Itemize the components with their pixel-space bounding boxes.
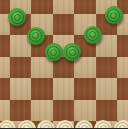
piece-groove-inner bbox=[110, 12, 117, 19]
piece-groove-inner bbox=[69, 49, 76, 56]
pieces-layer bbox=[0, 0, 128, 128]
checker-cream[interactable] bbox=[75, 120, 93, 129]
checker-cream[interactable] bbox=[94, 120, 112, 129]
checker-cream[interactable] bbox=[0, 120, 16, 129]
checker-cream[interactable] bbox=[37, 120, 55, 129]
piece-groove-inner bbox=[62, 125, 69, 128]
piece-groove-inner bbox=[32, 32, 39, 39]
checker-green[interactable] bbox=[84, 26, 102, 44]
checker-cream[interactable] bbox=[56, 120, 74, 129]
checker-green[interactable] bbox=[8, 8, 26, 26]
checker-green[interactable] bbox=[27, 27, 45, 45]
piece-groove-inner bbox=[81, 125, 88, 128]
piece-groove-inner bbox=[3, 125, 10, 128]
checker-green[interactable] bbox=[63, 43, 81, 61]
piece-groove-inner bbox=[100, 125, 107, 128]
checker-green[interactable] bbox=[105, 6, 123, 24]
checkers-game-view bbox=[0, 0, 128, 128]
checker-cream[interactable] bbox=[18, 120, 36, 129]
piece-groove-inner bbox=[14, 14, 21, 21]
checker-cream[interactable] bbox=[114, 120, 128, 129]
piece-groove-inner bbox=[23, 125, 30, 128]
piece-groove-inner bbox=[119, 125, 126, 128]
piece-groove-inner bbox=[43, 125, 50, 128]
checker-green[interactable] bbox=[45, 43, 63, 61]
